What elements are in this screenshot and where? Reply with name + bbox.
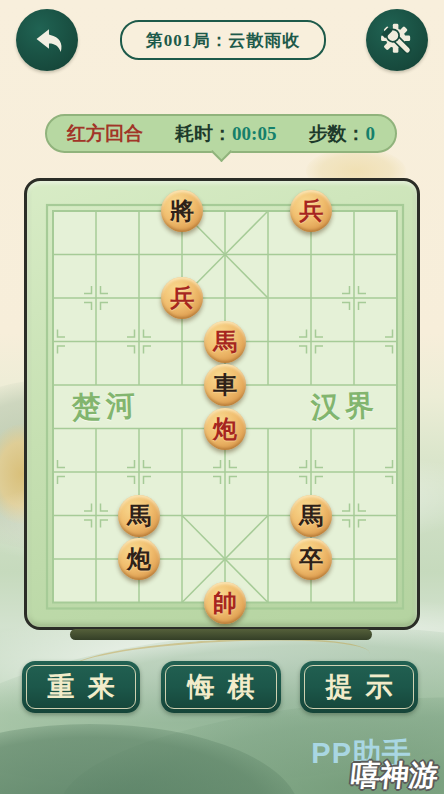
action-bar: 重来 悔棋 提示: [0, 661, 444, 713]
piece-red-帥[interactable]: 帥: [204, 582, 246, 624]
piece-black-炮[interactable]: 炮: [118, 538, 160, 580]
watermark: PP助手 嘻神游: [290, 736, 440, 792]
back-button[interactable]: [16, 9, 78, 71]
app-screen: 第001局：云散雨收: [0, 0, 444, 794]
piece-black-馬[interactable]: 馬: [290, 495, 332, 537]
time-value: 00:05: [232, 123, 276, 145]
piece-red-兵[interactable]: 兵: [290, 190, 332, 232]
turn-status-bar: 红方回合 耗时： 00:05 步数： 0: [45, 114, 397, 153]
level-title: 第001局：云散雨收: [146, 29, 301, 52]
piece-red-馬[interactable]: 馬: [204, 321, 246, 363]
board-field: 楚河 汉界 將兵兵馬車炮馬馬炮卒帥: [53, 211, 397, 603]
piece-black-卒[interactable]: 卒: [290, 538, 332, 580]
turn-indicator: 红方回合: [67, 121, 143, 147]
back-arrow-icon: [30, 22, 64, 59]
board-stand: [70, 629, 372, 640]
hint-button[interactable]: 提示: [300, 661, 418, 713]
undo-button[interactable]: 悔棋: [161, 661, 281, 713]
piece-red-炮[interactable]: 炮: [204, 408, 246, 450]
xiangqi-board[interactable]: 楚河 汉界 將兵兵馬車炮馬馬炮卒帥: [24, 178, 420, 630]
settings-button[interactable]: [366, 9, 428, 71]
piece-black-將[interactable]: 將: [161, 190, 203, 232]
watermark-pp: PP助手: [311, 734, 412, 774]
river-label-left: 楚河: [71, 386, 140, 428]
steps-value: 0: [365, 123, 375, 145]
level-title-pill: 第001局：云散雨收: [120, 20, 326, 60]
piece-red-兵[interactable]: 兵: [161, 277, 203, 319]
gear-wrench-icon: [379, 21, 415, 60]
piece-black-車[interactable]: 車: [204, 364, 246, 406]
step-count: 步数： 0: [308, 121, 375, 147]
elapsed-time: 耗时： 00:05: [175, 121, 276, 147]
watermark-xishenyou: 嘻神游: [349, 756, 440, 794]
restart-button[interactable]: 重来: [22, 661, 140, 713]
piece-black-馬[interactable]: 馬: [118, 495, 160, 537]
background-wave-art: [0, 724, 300, 794]
river-label-right: 汉界: [310, 386, 379, 428]
